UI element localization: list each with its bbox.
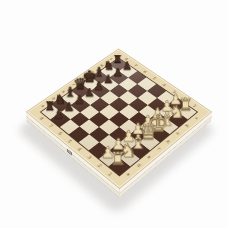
- square-f1: ♝: [159, 119, 179, 134]
- coordinate-label: 7: [48, 124, 54, 128]
- coordinate-label: 2: [182, 97, 188, 101]
- chess-set-photo: 87654321 87654321 зжедгвба зжедгвба ♜♟♟♜…: [0, 0, 228, 228]
- coordinate-label: д: [80, 76, 86, 80]
- coordinate-label: а: [40, 104, 46, 108]
- coordinate-label: з: [108, 57, 113, 60]
- square-g5: [128, 84, 147, 98]
- white-rook: ♜: [165, 97, 207, 112]
- square-h3: [157, 91, 176, 105]
- coordinate-label: е: [175, 131, 181, 136]
- coordinate-label: в: [61, 90, 67, 94]
- coordinate-label: 4: [162, 83, 168, 87]
- board-frame: 87654321 87654321 зжедгвба зжедгвба ♜♟♟♜…: [26, 49, 213, 190]
- coordinate-label: 8: [124, 57, 129, 61]
- coordinate-label: 5: [152, 76, 157, 80]
- coordinate-label: г: [71, 83, 76, 87]
- coordinate-label: а: [125, 172, 131, 177]
- chessboard: 87654321 87654321 зжедгвба зжедгвба ♜♟♟♜…: [26, 49, 213, 190]
- coordinate-label: 5: [67, 139, 73, 144]
- square-d8: ♛: [72, 84, 91, 98]
- coordinate-label: 1: [107, 171, 113, 176]
- coordinate-label: 3: [171, 90, 177, 94]
- coordinate-label: ж: [184, 123, 191, 128]
- coordinate-label: 7: [133, 64, 138, 68]
- coordinate-label: 6: [57, 131, 63, 136]
- coordinate-label: г: [156, 147, 162, 151]
- coordinate-label: з: [194, 116, 199, 120]
- coordinate-label: 6: [142, 70, 147, 74]
- coordinate-label: 8: [39, 116, 45, 120]
- coordinate-label: е: [90, 70, 95, 74]
- coordinate-label: 2: [97, 163, 103, 168]
- black-rook: ♜: [98, 55, 137, 66]
- coordinate-label: 3: [87, 155, 93, 160]
- coordinate-label: 4: [77, 147, 83, 152]
- coordinate-label: в: [146, 155, 152, 160]
- coordinate-label: б: [51, 97, 57, 101]
- coordinate-label: 1: [192, 104, 198, 108]
- square-b4: [89, 127, 109, 142]
- square-f6: [109, 84, 128, 98]
- coordinate-label: д: [165, 139, 171, 144]
- coordinate-label: б: [136, 163, 142, 168]
